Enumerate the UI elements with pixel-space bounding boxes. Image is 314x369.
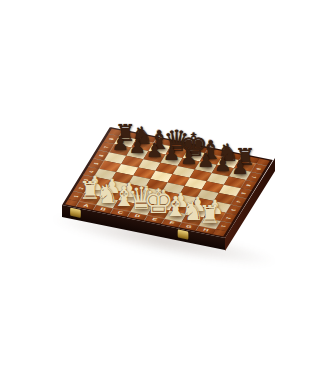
rank-label-text: 3: [82, 179, 89, 182]
rank-label-text: 6: [245, 184, 252, 187]
rank-label-text: 1: [72, 195, 79, 198]
rank-label-text: 5: [240, 192, 247, 195]
rank-label-text: 2: [225, 217, 232, 220]
chess-set-photo: 8877665544332211ABCDEFGH ♜♞♝♛♚♝♞♜♟♟♟♟♟♟♟…: [0, 0, 314, 369]
rank-label-text: 5: [92, 162, 99, 165]
rank-label-text: 6: [98, 154, 105, 157]
frame-corner-front-right: [213, 229, 227, 236]
rank-label-text: 8: [108, 138, 115, 141]
rank-label-text: 8: [255, 167, 262, 170]
rank-label-text: 4: [235, 200, 242, 203]
rank-label-text: 4: [87, 170, 94, 173]
rank-label-text: 2: [77, 187, 84, 190]
rank-label-text: 1: [220, 225, 227, 228]
brass-clasp-right: [178, 229, 189, 239]
rank-label-text: 7: [250, 176, 257, 179]
rank-label-text: 3: [230, 208, 237, 211]
brass-clasp-left: [70, 208, 81, 218]
rank-label-text: 7: [103, 146, 110, 149]
